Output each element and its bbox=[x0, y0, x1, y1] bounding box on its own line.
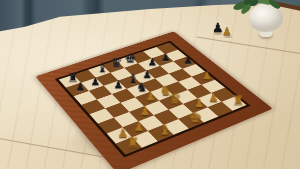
piece-white-b-c1[interactable]: ♝ bbox=[155, 123, 174, 137]
square-h1[interactable]: ♜ bbox=[222, 96, 247, 110]
piece-white-q-e3[interactable]: ♛ bbox=[166, 91, 184, 105]
piece-black-p-h6[interactable]: ♟ bbox=[180, 55, 196, 65]
piece-black-p-a7[interactable]: ♟ bbox=[72, 82, 89, 93]
piece-black-k-e8[interactable]: ♚ bbox=[122, 51, 138, 64]
piece-white-k-e1[interactable]: ♚ bbox=[186, 109, 204, 124]
piece-white-p-b2[interactable]: ♟ bbox=[130, 121, 148, 133]
piece-white-p-c3[interactable]: ♟ bbox=[136, 106, 154, 118]
piece-white-p-h4[interactable]: ♟ bbox=[199, 70, 216, 81]
piece-black-p-f7[interactable]: ♟ bbox=[144, 57, 160, 67]
piece-black-p-c6[interactable]: ♟ bbox=[110, 79, 127, 90]
piece-black-p-b7[interactable]: ♟ bbox=[87, 76, 104, 87]
piece-white-r-a1[interactable]: ♜ bbox=[123, 135, 142, 150]
piece-white-r-h1[interactable]: ♜ bbox=[229, 93, 247, 106]
square-h4[interactable]: ♟ bbox=[192, 72, 215, 85]
piece-black-q-d8[interactable]: ♛ bbox=[108, 56, 124, 69]
piece-white-p-d4[interactable]: ♟ bbox=[142, 91, 159, 102]
captured-white-pawn[interactable]: ♟ bbox=[222, 26, 232, 37]
piece-ground-shadow bbox=[220, 35, 236, 39]
photo-scene: ♜♝♛♚♟♟♟♟♟♝♟♟♞♟♞♟♟♛♟♟♟♟♜♝♚♜ ♟♟ bbox=[0, 0, 300, 169]
piece-black-p-e6[interactable]: ♟ bbox=[139, 69, 156, 80]
piece-black-b-c8[interactable]: ♝ bbox=[94, 62, 110, 75]
